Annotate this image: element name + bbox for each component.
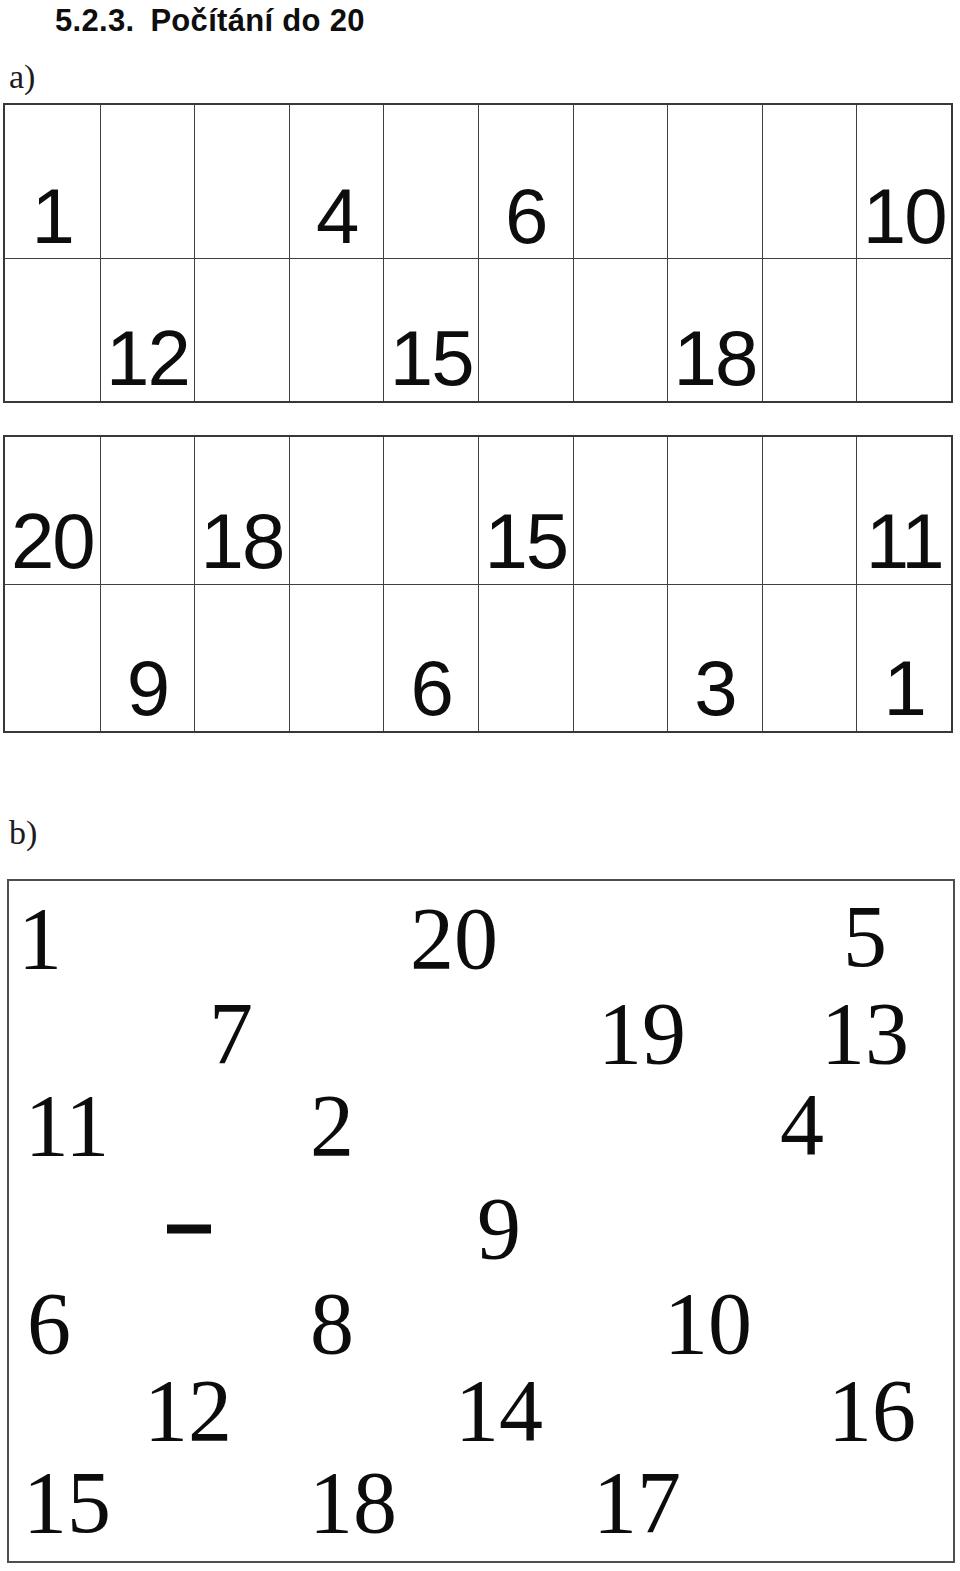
given-number: 1 (32, 188, 73, 246)
given-number: 20 (11, 513, 94, 571)
empty-answer-cell (856, 259, 951, 401)
title-text: Počítání do 20 (150, 3, 364, 38)
given-number: 11 (866, 513, 943, 571)
scattered-number: 5 (843, 893, 887, 981)
given-number-cell: 18 (194, 437, 289, 584)
title-section-number: 5.2.3. (55, 3, 134, 38)
empty-answer-cell (573, 585, 668, 732)
empty-answer-cell (194, 585, 289, 732)
empty-answer-cell (573, 105, 668, 258)
counting-table-ascending: 14610121518 (3, 103, 953, 403)
table-row: 20181511 (5, 437, 951, 584)
given-number: 6 (410, 660, 451, 718)
scattered-number: 6 (27, 1280, 71, 1368)
worksheet-page: 5.2.3.Počítání do 20 a) 14610121518 2018… (0, 0, 960, 1571)
scattered-number: 13 (821, 990, 909, 1078)
given-number-cell: 6 (383, 585, 478, 732)
scattered-number: 16 (828, 1367, 916, 1455)
given-number-cell: 6 (478, 105, 573, 258)
given-number-cell: 12 (100, 259, 195, 401)
empty-answer-cell (5, 585, 100, 732)
table-row: 14610 (5, 105, 951, 258)
empty-answer-cell (762, 437, 857, 584)
empty-answer-cell (667, 437, 762, 584)
given-number-cell: 4 (289, 105, 384, 258)
given-number: 15 (390, 330, 473, 388)
empty-answer-cell (478, 585, 573, 732)
given-number-cell: 20 (5, 437, 100, 584)
given-number-cell: 15 (383, 259, 478, 401)
given-number-cell: 1 (856, 585, 951, 732)
given-number: 9 (127, 660, 168, 718)
scattered-number: 12 (144, 1367, 232, 1455)
empty-answer-cell (194, 105, 289, 258)
scattered-number: 15 (23, 1459, 111, 1547)
empty-answer-cell (573, 259, 668, 401)
given-number-cell: 18 (667, 259, 762, 401)
empty-answer-cell (762, 259, 857, 401)
empty-answer-cell (289, 585, 384, 732)
given-number: 18 (674, 330, 757, 388)
given-number: 1 (883, 660, 924, 718)
empty-answer-cell (573, 437, 668, 584)
empty-answer-cell (478, 259, 573, 401)
scattered-number: 18 (309, 1459, 397, 1547)
scattered-number: 10 (664, 1280, 752, 1368)
empty-answer-cell (100, 437, 195, 584)
given-number: 3 (694, 660, 735, 718)
empty-answer-cell (194, 259, 289, 401)
scattered-number: 1 (18, 895, 62, 983)
scattered-number: 14 (455, 1367, 543, 1455)
table-row: 9631 (5, 584, 951, 732)
empty-answer-cell (5, 259, 100, 401)
empty-answer-cell (383, 437, 478, 584)
given-number-cell: 10 (856, 105, 951, 258)
given-number: 10 (863, 188, 946, 246)
scattered-number: 7 (209, 990, 253, 1078)
scattered-number: 2 (310, 1082, 354, 1170)
empty-answer-cell (100, 105, 195, 258)
scattered-number: 9 (477, 1185, 521, 1273)
empty-answer-cell (383, 105, 478, 258)
table-row: 121518 (5, 258, 951, 401)
scattered-number: 11 (25, 1082, 110, 1170)
scattered-numbers-board: 120571913112496810121416151817 (7, 879, 955, 1563)
dash-mark (167, 1225, 211, 1234)
scattered-number: 8 (310, 1280, 354, 1368)
given-number: 4 (316, 188, 357, 246)
empty-answer-cell (289, 259, 384, 401)
section-a-label: a) (9, 58, 35, 96)
empty-answer-cell (762, 105, 857, 258)
counting-table-descending: 201815119631 (3, 435, 953, 733)
given-number-cell: 1 (5, 105, 100, 258)
scattered-number: 4 (780, 1081, 824, 1169)
empty-answer-cell (667, 105, 762, 258)
given-number: 6 (505, 188, 546, 246)
empty-answer-cell (762, 585, 857, 732)
scattered-number: 20 (410, 895, 498, 983)
given-number-cell: 11 (856, 437, 951, 584)
given-number-cell: 15 (478, 437, 573, 584)
scattered-number: 19 (598, 990, 686, 1078)
given-number-cell: 9 (100, 585, 195, 732)
given-number: 12 (106, 330, 189, 388)
scattered-number: 17 (593, 1459, 681, 1547)
empty-answer-cell (289, 437, 384, 584)
given-number: 15 (484, 513, 567, 571)
page-title: 5.2.3.Počítání do 20 (55, 3, 365, 39)
given-number-cell: 3 (667, 585, 762, 732)
given-number: 18 (201, 513, 284, 571)
section-b-label: b) (9, 814, 37, 852)
